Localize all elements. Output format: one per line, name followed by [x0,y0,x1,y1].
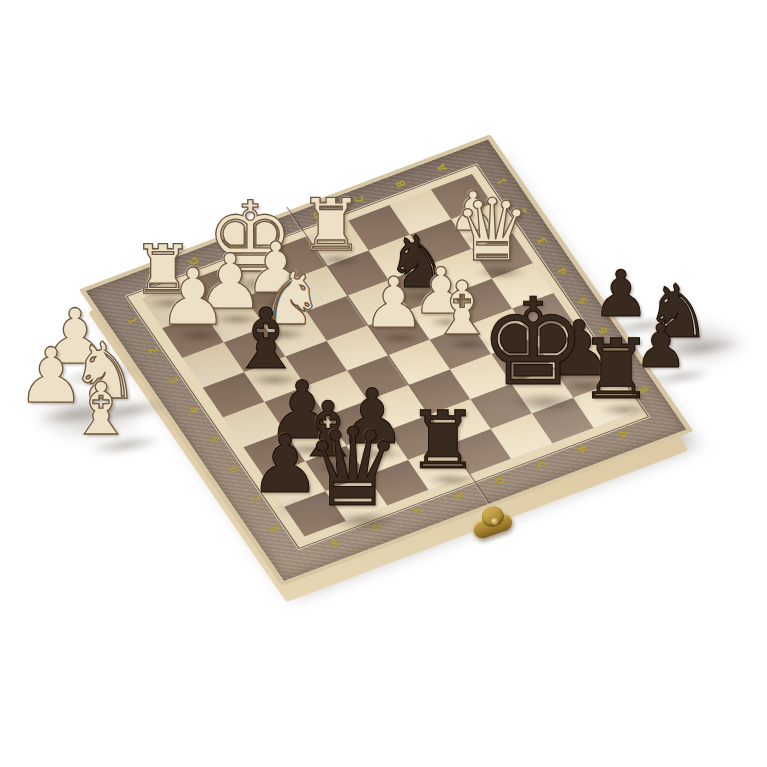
piece-shadow [330,512,397,530]
piece-black-rook-e8[interactable]: ♜ [407,401,479,481]
piece-shadow [426,473,476,487]
piece-shadow [649,365,713,387]
piece-shadow [379,332,422,344]
piece-white-pawn-d4[interactable]: ♟ [363,268,426,338]
piece-white-bishop-table-left-4[interactable]: ♝ [69,373,134,445]
piece-black-queen-g8[interactable]: ♛ [305,414,402,522]
piece-white-rook-d1[interactable]: ♜ [299,189,364,261]
piece-white-pawn-h2[interactable]: ♟ [158,258,228,336]
piece-black-rook-a8[interactable]: ♜ [579,328,653,411]
piece-shadow [508,392,582,412]
piece-shadow [87,432,164,458]
piece-shadow [177,329,225,342]
piece-shadow [598,403,649,417]
piece-black-king-b7[interactable]: ♚ [479,283,587,403]
chess-photo-scene: AA11BB22CC33DD44EE55FF66GG77HH88 ♜♟♟♚♜♟♞… [0,0,767,767]
